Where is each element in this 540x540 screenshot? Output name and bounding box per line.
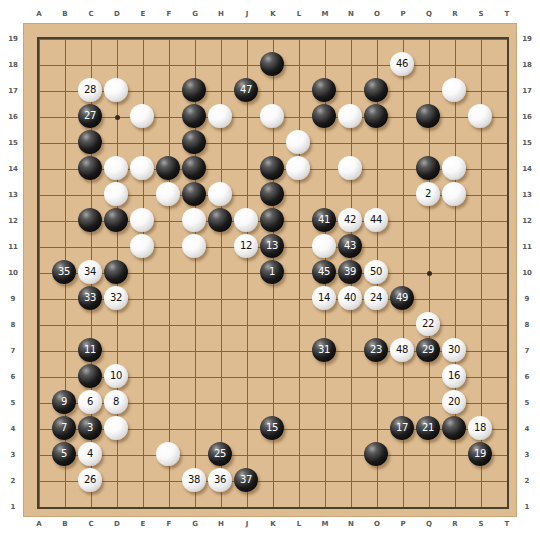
- column-label-top: F: [161, 10, 177, 18]
- column-label-top: S: [473, 10, 489, 18]
- stone-M16: [312, 104, 336, 128]
- stone-D9: 32: [104, 286, 128, 310]
- stone-C9: 33: [78, 286, 102, 310]
- stone-N11: 43: [338, 234, 362, 258]
- row-label-right: 9: [518, 295, 536, 303]
- row-label-right: 1: [518, 503, 536, 511]
- row-label-right: 17: [518, 87, 536, 95]
- row-label-left: 5: [4, 399, 22, 407]
- column-label-top: P: [395, 10, 411, 18]
- column-label-bottom: N: [343, 520, 359, 528]
- stone-E16: [130, 104, 154, 128]
- stone-N10: 39: [338, 260, 362, 284]
- page-background: AABBCCDDEEFFGGHHJJKKLLMMNNOOPPQQRRSSTT19…: [0, 0, 540, 540]
- row-label-left: 8: [4, 321, 22, 329]
- move-number: 35: [58, 267, 70, 277]
- column-label-bottom: P: [395, 520, 411, 528]
- stone-O9: 24: [364, 286, 388, 310]
- move-number: 50: [370, 267, 382, 277]
- row-label-right: 10: [518, 269, 536, 277]
- stone-K10: 1: [260, 260, 284, 284]
- move-number: 14: [318, 293, 330, 303]
- column-label-bottom: M: [317, 520, 333, 528]
- move-number: 37: [240, 475, 252, 485]
- move-number: 23: [370, 345, 382, 355]
- row-label-left: 11: [4, 243, 22, 251]
- row-label-left: 4: [4, 425, 22, 433]
- row-label-right: 3: [518, 451, 536, 459]
- stone-N9: 40: [338, 286, 362, 310]
- stone-N12: 42: [338, 208, 362, 232]
- row-label-left: 13: [4, 191, 22, 199]
- stone-K11: 13: [260, 234, 284, 258]
- column-label-top: R: [447, 10, 463, 18]
- column-label-top: E: [135, 10, 151, 18]
- column-label-bottom: J: [239, 520, 255, 528]
- move-number: 43: [344, 241, 356, 251]
- move-number: 24: [370, 293, 382, 303]
- move-number: 8: [113, 397, 119, 407]
- stone-G14: [182, 156, 206, 180]
- move-number: 36: [214, 475, 226, 485]
- stone-R17: [442, 78, 466, 102]
- stone-O10: 50: [364, 260, 388, 284]
- column-label-bottom: A: [31, 520, 47, 528]
- move-number: 9: [61, 397, 67, 407]
- move-number: 27: [84, 111, 96, 121]
- stone-E11: [130, 234, 154, 258]
- stone-O17: [364, 78, 388, 102]
- stone-C5: 6: [78, 390, 102, 414]
- stone-E12: [130, 208, 154, 232]
- row-label-left: 6: [4, 373, 22, 381]
- stone-G17: [182, 78, 206, 102]
- stone-Q7: 29: [416, 338, 440, 362]
- column-label-top: O: [369, 10, 385, 18]
- stone-M12: 41: [312, 208, 336, 232]
- stone-M9: 14: [312, 286, 336, 310]
- move-number: 47: [240, 85, 252, 95]
- stone-Q4: 21: [416, 416, 440, 440]
- row-label-right: 12: [518, 217, 536, 225]
- column-label-bottom: S: [473, 520, 489, 528]
- stone-P7: 48: [390, 338, 414, 362]
- stone-C2: 26: [78, 468, 102, 492]
- stone-F3: [156, 442, 180, 466]
- stone-R4: [442, 416, 466, 440]
- hoshi-D16: [115, 115, 120, 120]
- column-label-top: D: [109, 10, 125, 18]
- row-label-right: 15: [518, 139, 536, 147]
- move-number: 49: [396, 293, 408, 303]
- stone-J2: 37: [234, 468, 258, 492]
- stone-G2: 38: [182, 468, 206, 492]
- move-number: 3: [87, 423, 93, 433]
- stone-H16: [208, 104, 232, 128]
- row-label-left: 18: [4, 61, 22, 69]
- stone-B4: 7: [52, 416, 76, 440]
- column-label-top: M: [317, 10, 333, 18]
- column-label-top: J: [239, 10, 255, 18]
- column-label-bottom: D: [109, 520, 125, 528]
- column-label-top: A: [31, 10, 47, 18]
- stone-G13: [182, 182, 206, 206]
- column-label-bottom: Q: [421, 520, 437, 528]
- move-number: 5: [61, 449, 67, 459]
- move-number: 48: [396, 345, 408, 355]
- move-number: 40: [344, 293, 356, 303]
- stone-N14: [338, 156, 362, 180]
- stone-R13: [442, 182, 466, 206]
- row-label-right: 8: [518, 321, 536, 329]
- column-label-bottom: T: [499, 520, 515, 528]
- column-label-top: T: [499, 10, 515, 18]
- stone-Q14: [416, 156, 440, 180]
- move-number: 45: [318, 267, 330, 277]
- stone-K18: [260, 52, 284, 76]
- stone-C4: 3: [78, 416, 102, 440]
- row-label-right: 6: [518, 373, 536, 381]
- stone-K16: [260, 104, 284, 128]
- column-label-top: C: [83, 10, 99, 18]
- stone-S3: 19: [468, 442, 492, 466]
- column-label-top: Q: [421, 10, 437, 18]
- stone-C15: [78, 130, 102, 154]
- row-label-right: 14: [518, 165, 536, 173]
- stone-C3: 4: [78, 442, 102, 466]
- move-number: 41: [318, 215, 330, 225]
- column-label-bottom: B: [57, 520, 73, 528]
- stone-C14: [78, 156, 102, 180]
- stone-M10: 45: [312, 260, 336, 284]
- move-number: 15: [266, 423, 278, 433]
- stone-J17: 47: [234, 78, 258, 102]
- stone-H2: 36: [208, 468, 232, 492]
- stone-H3: 25: [208, 442, 232, 466]
- row-label-left: 3: [4, 451, 22, 459]
- row-label-right: 4: [518, 425, 536, 433]
- row-label-right: 19: [518, 35, 536, 43]
- move-number: 28: [84, 85, 96, 95]
- row-label-left: 7: [4, 347, 22, 355]
- row-label-right: 2: [518, 477, 536, 485]
- stone-M17: [312, 78, 336, 102]
- stone-H12: [208, 208, 232, 232]
- move-number: 18: [474, 423, 486, 433]
- move-number: 16: [448, 371, 460, 381]
- stone-B5: 9: [52, 390, 76, 414]
- row-label-right: 18: [518, 61, 536, 69]
- stone-G12: [182, 208, 206, 232]
- column-label-bottom: E: [135, 520, 151, 528]
- row-label-right: 11: [518, 243, 536, 251]
- move-number: 39: [344, 267, 356, 277]
- column-label-top: K: [265, 10, 281, 18]
- move-number: 42: [344, 215, 356, 225]
- move-number: 13: [266, 241, 278, 251]
- stone-F13: [156, 182, 180, 206]
- stone-E14: [130, 156, 154, 180]
- move-number: 34: [84, 267, 96, 277]
- row-label-left: 10: [4, 269, 22, 277]
- stone-P18: 46: [390, 52, 414, 76]
- move-number: 6: [87, 397, 93, 407]
- stone-C7: 11: [78, 338, 102, 362]
- stone-C10: 34: [78, 260, 102, 284]
- stone-G16: [182, 104, 206, 128]
- column-label-bottom: R: [447, 520, 463, 528]
- move-number: 30: [448, 345, 460, 355]
- move-number: 10: [110, 371, 122, 381]
- column-label-bottom: C: [83, 520, 99, 528]
- move-number: 19: [474, 449, 486, 459]
- column-label-top: B: [57, 10, 73, 18]
- stone-M11: [312, 234, 336, 258]
- row-label-left: 9: [4, 295, 22, 303]
- move-number: 33: [84, 293, 96, 303]
- stone-N16: [338, 104, 362, 128]
- stone-D17: [104, 78, 128, 102]
- stone-R6: 16: [442, 364, 466, 388]
- column-label-bottom: L: [291, 520, 307, 528]
- stone-S4: 18: [468, 416, 492, 440]
- move-number: 20: [448, 397, 460, 407]
- stone-J12: [234, 208, 258, 232]
- row-label-right: 7: [518, 347, 536, 355]
- row-label-left: 15: [4, 139, 22, 147]
- move-number: 25: [214, 449, 226, 459]
- stone-C12: [78, 208, 102, 232]
- column-label-bottom: F: [161, 520, 177, 528]
- stone-S16: [468, 104, 492, 128]
- row-label-left: 1: [4, 503, 22, 511]
- column-label-bottom: O: [369, 520, 385, 528]
- move-number: 2: [425, 189, 431, 199]
- move-number: 21: [422, 423, 434, 433]
- row-label-left: 12: [4, 217, 22, 225]
- move-number: 31: [318, 345, 330, 355]
- stone-Q8: 22: [416, 312, 440, 336]
- row-label-left: 2: [4, 477, 22, 485]
- move-number: 12: [240, 241, 252, 251]
- stone-G15: [182, 130, 206, 154]
- column-label-top: N: [343, 10, 359, 18]
- stone-B3: 5: [52, 442, 76, 466]
- move-number: 22: [422, 319, 434, 329]
- move-number: 29: [422, 345, 434, 355]
- stone-M7: 31: [312, 338, 336, 362]
- stone-B10: 35: [52, 260, 76, 284]
- stone-O7: 23: [364, 338, 388, 362]
- stone-L15: [286, 130, 310, 154]
- column-label-top: H: [213, 10, 229, 18]
- row-label-right: 5: [518, 399, 536, 407]
- stone-R7: 30: [442, 338, 466, 362]
- stone-F14: [156, 156, 180, 180]
- stone-J11: 12: [234, 234, 258, 258]
- stone-G11: [182, 234, 206, 258]
- stone-C6: [78, 364, 102, 388]
- move-number: 7: [61, 423, 67, 433]
- move-number: 46: [396, 59, 408, 69]
- stone-C16: 27: [78, 104, 102, 128]
- stone-D12: [104, 208, 128, 232]
- row-label-right: 16: [518, 113, 536, 121]
- move-number: 38: [188, 475, 200, 485]
- move-number: 1: [269, 267, 275, 277]
- column-label-bottom: G: [187, 520, 203, 528]
- stone-O12: 44: [364, 208, 388, 232]
- hoshi-Q10: [427, 271, 432, 276]
- stone-D13: [104, 182, 128, 206]
- row-label-left: 14: [4, 165, 22, 173]
- stone-Q13: 2: [416, 182, 440, 206]
- column-label-top: L: [291, 10, 307, 18]
- row-label-right: 13: [518, 191, 536, 199]
- stone-O3: [364, 442, 388, 466]
- stone-K14: [260, 156, 284, 180]
- stone-P4: 17: [390, 416, 414, 440]
- stone-D5: 8: [104, 390, 128, 414]
- move-number: 17: [396, 423, 408, 433]
- stone-D6: 10: [104, 364, 128, 388]
- move-number: 44: [370, 215, 382, 225]
- stone-O16: [364, 104, 388, 128]
- move-number: 26: [84, 475, 96, 485]
- stone-K13: [260, 182, 284, 206]
- stone-R14: [442, 156, 466, 180]
- move-number: 32: [110, 293, 122, 303]
- stone-D4: [104, 416, 128, 440]
- stone-D14: [104, 156, 128, 180]
- column-label-bottom: H: [213, 520, 229, 528]
- stone-H13: [208, 182, 232, 206]
- move-number: 11: [84, 345, 96, 355]
- board-layer: AABBCCDDEEFFGGHHJJKKLLMMNNOOPPQQRRSSTT19…: [0, 0, 540, 540]
- stone-P9: 49: [390, 286, 414, 310]
- stone-R5: 20: [442, 390, 466, 414]
- row-label-left: 19: [4, 35, 22, 43]
- stone-Q16: [416, 104, 440, 128]
- stone-K12: [260, 208, 284, 232]
- column-label-top: G: [187, 10, 203, 18]
- row-label-left: 17: [4, 87, 22, 95]
- column-label-bottom: K: [265, 520, 281, 528]
- stone-C17: 28: [78, 78, 102, 102]
- move-number: 4: [87, 449, 93, 459]
- stone-L14: [286, 156, 310, 180]
- row-label-left: 16: [4, 113, 22, 121]
- stone-K4: 15: [260, 416, 284, 440]
- stone-D10: [104, 260, 128, 284]
